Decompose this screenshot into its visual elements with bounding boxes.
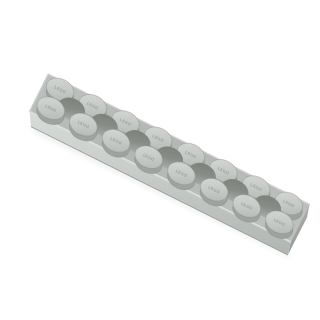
photo-canvas: LEGOLEGOLEGOLEGOLEGOLEGOLEGOLEGOLEGOLEGO… [0, 0, 320, 320]
plate-geometry: LEGOLEGOLEGOLEGOLEGOLEGOLEGOLEGOLEGOLEGO… [29, 73, 309, 258]
lego-technic-plate: LEGOLEGOLEGOLEGOLEGOLEGOLEGOLEGOLEGOLEGO… [0, 0, 320, 320]
